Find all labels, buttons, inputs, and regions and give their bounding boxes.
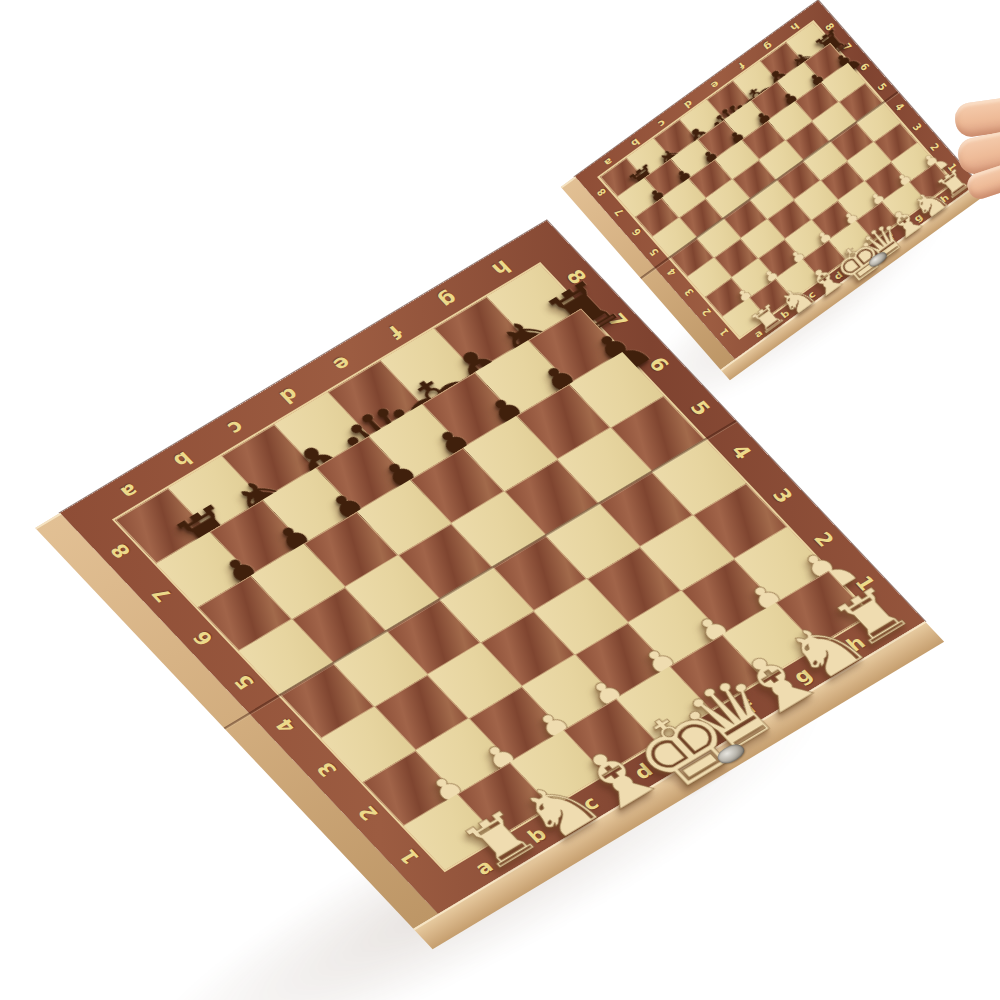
file-label-f: f	[383, 321, 407, 343]
rank-label-1: 1	[717, 327, 731, 339]
file-label-g: g	[434, 287, 463, 312]
rank-label-4: 4	[892, 101, 906, 113]
file-label-d: d	[274, 383, 303, 408]
rank-label-3: 3	[767, 484, 798, 507]
file-label-e: e	[328, 351, 357, 376]
rank-label-8: 8	[105, 540, 136, 563]
rank-label-2: 2	[699, 307, 713, 319]
finger	[953, 95, 1000, 138]
rank-label-5: 5	[875, 81, 889, 93]
rank-label-6: 6	[187, 627, 218, 650]
file-label-b: b	[168, 447, 197, 472]
file-label-h: h	[487, 255, 516, 280]
rank-label-3: 3	[311, 758, 342, 781]
file-label-a: a	[602, 156, 614, 168]
rank-label-5: 5	[647, 247, 661, 259]
rank-label-8: 8	[594, 187, 608, 199]
rank-label-3: 3	[682, 287, 696, 299]
file-label-h: h	[788, 21, 801, 33]
file-label-f: f	[736, 60, 746, 70]
file-label-e: e	[709, 79, 721, 91]
rank-label-7: 7	[146, 583, 177, 606]
inset-chess-board: ♜♞♝♛♚♝♞♜♟♟♟♟♟♟♟♟♟♟♟♟♟♟♟♟♜♞♝♚♛♝♞♜aa88bb77…	[575, 0, 978, 359]
rank-label-2: 2	[352, 802, 383, 825]
rank-label-4: 4	[664, 267, 678, 279]
file-label-c: c	[656, 118, 668, 129]
rank-label-4: 4	[726, 441, 757, 464]
file-label-d: d	[682, 98, 695, 110]
rank-label-6: 6	[629, 227, 643, 239]
rank-label-5: 5	[229, 671, 260, 694]
product-photo: ♜♞♝♛♚♝♞♜♟♟♟♟♟♟♟♟♟♟♟♟♟♟♟♟♜♞♝♚♛♝♞♜aa88bb77…	[0, 0, 1000, 1000]
rank-label-5: 5	[684, 397, 715, 420]
file-label-a: a	[115, 479, 143, 504]
file-label-b: b	[629, 136, 642, 148]
rank-label-4: 4	[270, 715, 301, 738]
file-label-g: g	[762, 40, 775, 52]
rank-label-1: 1	[394, 846, 425, 869]
rank-label-3: 3	[910, 121, 924, 133]
file-label-c: c	[222, 415, 249, 439]
rank-label-7: 7	[612, 207, 626, 219]
